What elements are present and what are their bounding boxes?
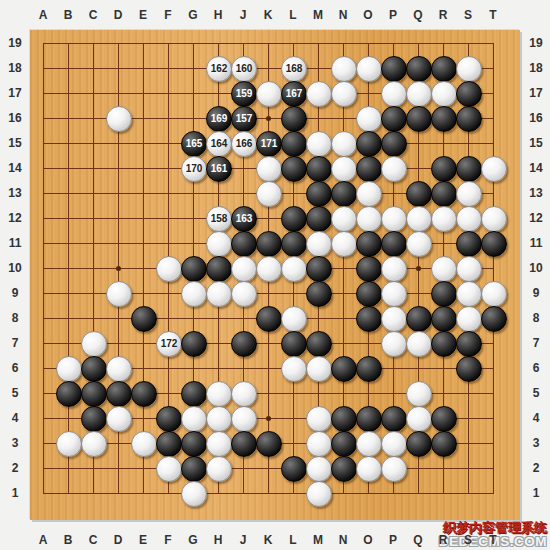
black-stone-R14 [431, 156, 457, 182]
move-number: 164 [211, 139, 228, 149]
black-stone-P4 [381, 406, 407, 432]
white-stone-Q4 [406, 406, 432, 432]
white-stone-O3 [356, 431, 382, 457]
white-stone-C7 [81, 331, 107, 357]
white-stone-G4 [181, 406, 207, 432]
black-stone-R7 [431, 331, 457, 357]
white-stone-S18 [456, 56, 482, 82]
white-stone-K10 [256, 256, 282, 282]
white-stone-O12 [356, 206, 382, 232]
black-stone-O11 [356, 231, 382, 257]
white-stone-P7 [381, 331, 407, 357]
row-label-left-17: 17 [8, 86, 21, 100]
column-label-bottom-A: A [39, 533, 48, 547]
white-stone-P12 [381, 206, 407, 232]
white-stone-J5 [231, 381, 257, 407]
column-label-bottom-M: M [313, 533, 323, 547]
move-number: 158 [211, 214, 228, 224]
white-stone-C3 [81, 431, 107, 457]
black-stone-G3 [181, 431, 207, 457]
column-label-bottom-Q: Q [413, 533, 422, 547]
white-stone-E3 [131, 431, 157, 457]
row-label-left-18: 18 [8, 61, 21, 75]
move-number: 169 [211, 114, 228, 124]
black-stone-F4 [156, 406, 182, 432]
white-stone-M4 [306, 406, 332, 432]
column-label-bottom-C: C [89, 533, 98, 547]
black-stone-R9 [431, 281, 457, 307]
white-stone-P2 [381, 456, 407, 482]
black-stone-Q8 [406, 306, 432, 332]
black-stone-Q13 [406, 181, 432, 207]
white-stone-F10 [156, 256, 182, 282]
row-label-right-12: 12 [529, 211, 542, 225]
black-stone-J16: 157 [231, 106, 257, 132]
row-label-left-10: 10 [8, 261, 21, 275]
black-stone-L11 [281, 231, 307, 257]
white-stone-D16 [106, 106, 132, 132]
white-stone-L18: 168 [281, 56, 307, 82]
column-label-top-S: S [464, 8, 472, 22]
white-stone-J18: 160 [231, 56, 257, 82]
white-stone-J9 [231, 281, 257, 307]
move-number: 170 [186, 164, 203, 174]
white-stone-P10 [381, 256, 407, 282]
black-stone-M7 [306, 331, 332, 357]
white-stone-M1 [306, 481, 332, 507]
white-stone-G1 [181, 481, 207, 507]
white-stone-L6 [281, 356, 307, 382]
black-stone-J12: 163 [231, 206, 257, 232]
black-stone-K15: 171 [256, 131, 282, 157]
black-stone-F3 [156, 431, 182, 457]
column-label-bottom-O: O [363, 533, 372, 547]
move-number: 168 [286, 64, 303, 74]
white-stone-P17 [381, 81, 407, 107]
grid-line-v [493, 43, 494, 494]
row-label-right-15: 15 [529, 136, 542, 150]
black-stone-J11 [231, 231, 257, 257]
white-stone-M6 [306, 356, 332, 382]
black-stone-K8 [256, 306, 282, 332]
white-stone-M17 [306, 81, 332, 107]
row-label-left-4: 4 [12, 411, 19, 425]
black-stone-C6 [81, 356, 107, 382]
white-stone-P9 [381, 281, 407, 307]
white-stone-T9 [481, 281, 507, 307]
column-label-top-K: K [264, 8, 273, 22]
black-stone-P18 [381, 56, 407, 82]
black-stone-J3 [231, 431, 257, 457]
white-stone-H18: 162 [206, 56, 232, 82]
black-stone-E5 [131, 381, 157, 407]
column-label-bottom-H: H [214, 533, 223, 547]
white-stone-H4 [206, 406, 232, 432]
black-stone-M9 [306, 281, 332, 307]
white-stone-F7: 172 [156, 331, 182, 357]
hoshi-point [116, 266, 121, 271]
white-stone-J10 [231, 256, 257, 282]
white-stone-K17 [256, 81, 282, 107]
black-stone-S16 [456, 106, 482, 132]
white-stone-G9 [181, 281, 207, 307]
hoshi-point [266, 116, 271, 121]
column-label-bottom-E: E [139, 533, 147, 547]
row-label-right-6: 6 [533, 361, 540, 375]
white-stone-O18 [356, 56, 382, 82]
white-stone-M3 [306, 431, 332, 457]
column-label-top-C: C [89, 8, 98, 22]
white-stone-H3 [206, 431, 232, 457]
black-stone-P15 [381, 131, 407, 157]
white-stone-G14: 170 [181, 156, 207, 182]
black-stone-R3 [431, 431, 457, 457]
row-label-left-5: 5 [12, 386, 19, 400]
column-label-top-B: B [64, 8, 73, 22]
black-stone-R8 [431, 306, 457, 332]
column-label-top-A: A [39, 8, 48, 22]
column-label-top-Q: Q [413, 8, 422, 22]
black-stone-G10 [181, 256, 207, 282]
white-stone-P14 [381, 156, 407, 182]
black-stone-K3 [256, 431, 282, 457]
hoshi-point [266, 416, 271, 421]
row-label-left-16: 16 [8, 111, 21, 125]
black-stone-O15 [356, 131, 382, 157]
white-stone-R10 [431, 256, 457, 282]
black-stone-N2 [331, 456, 357, 482]
black-stone-H14: 161 [206, 156, 232, 182]
row-label-left-14: 14 [8, 161, 21, 175]
white-stone-K13 [256, 181, 282, 207]
white-stone-J15: 166 [231, 131, 257, 157]
black-stone-M14 [306, 156, 332, 182]
black-stone-L12 [281, 206, 307, 232]
white-stone-N18 [331, 56, 357, 82]
row-label-right-4: 4 [533, 411, 540, 425]
row-label-right-1: 1 [533, 486, 540, 500]
black-stone-Q3 [406, 431, 432, 457]
move-number: 157 [236, 114, 253, 124]
grid-line-h [43, 493, 494, 494]
row-label-right-13: 13 [529, 186, 542, 200]
black-stone-O10 [356, 256, 382, 282]
white-stone-D4 [106, 406, 132, 432]
black-stone-N4 [331, 406, 357, 432]
row-label-left-8: 8 [12, 311, 19, 325]
white-stone-N11 [331, 231, 357, 257]
white-stone-F2 [156, 456, 182, 482]
white-stone-P3 [381, 431, 407, 457]
black-stone-T11 [481, 231, 507, 257]
row-label-right-8: 8 [533, 311, 540, 325]
black-stone-R16 [431, 106, 457, 132]
column-label-top-R: R [439, 8, 448, 22]
white-stone-N12 [331, 206, 357, 232]
white-stone-S12 [456, 206, 482, 232]
white-stone-M11 [306, 231, 332, 257]
column-label-bottom-L: L [289, 533, 296, 547]
white-stone-P8 [381, 306, 407, 332]
white-stone-N17 [331, 81, 357, 107]
white-stone-H9 [206, 281, 232, 307]
white-stone-S13 [456, 181, 482, 207]
column-label-top-G: G [188, 8, 197, 22]
black-stone-L15 [281, 131, 307, 157]
black-stone-N6 [331, 356, 357, 382]
black-stone-O6 [356, 356, 382, 382]
white-stone-T14 [481, 156, 507, 182]
white-stone-M2 [306, 456, 332, 482]
row-label-right-11: 11 [530, 236, 543, 250]
black-stone-N13 [331, 181, 357, 207]
column-label-bottom-D: D [114, 533, 123, 547]
column-label-bottom-N: N [339, 533, 348, 547]
white-stone-O16 [356, 106, 382, 132]
column-label-top-T: T [489, 8, 496, 22]
black-stone-S7 [456, 331, 482, 357]
black-stone-T8 [481, 306, 507, 332]
column-label-bottom-F: F [164, 533, 171, 547]
white-stone-S10 [456, 256, 482, 282]
black-stone-S6 [456, 356, 482, 382]
column-label-top-H: H [214, 8, 223, 22]
white-stone-O13 [356, 181, 382, 207]
black-stone-J7 [231, 331, 257, 357]
row-label-left-7: 7 [12, 336, 19, 350]
column-label-top-N: N [339, 8, 348, 22]
black-stone-S14 [456, 156, 482, 182]
row-label-left-3: 3 [12, 436, 19, 450]
row-label-left-13: 13 [8, 186, 21, 200]
white-stone-Q12 [406, 206, 432, 232]
black-stone-C5 [81, 381, 107, 407]
move-number: 165 [186, 139, 203, 149]
row-label-left-9: 9 [12, 286, 19, 300]
column-label-top-E: E [139, 8, 147, 22]
row-label-left-12: 12 [8, 211, 21, 225]
white-stone-L10 [281, 256, 307, 282]
white-stone-Q17 [406, 81, 432, 107]
column-label-bottom-J: J [240, 533, 247, 547]
white-stone-J4 [231, 406, 257, 432]
black-stone-H16: 169 [206, 106, 232, 132]
white-stone-N15 [331, 131, 357, 157]
row-label-left-19: 19 [8, 36, 21, 50]
white-stone-L8 [281, 306, 307, 332]
row-label-right-3: 3 [533, 436, 540, 450]
row-label-right-10: 10 [529, 261, 542, 275]
move-number: 166 [236, 139, 253, 149]
row-label-left-15: 15 [8, 136, 21, 150]
white-stone-O2 [356, 456, 382, 482]
black-stone-N3 [331, 431, 357, 457]
grid-line-h [43, 468, 494, 469]
row-label-right-17: 17 [529, 86, 542, 100]
white-stone-K14 [256, 156, 282, 182]
column-label-bottom-B: B [64, 533, 73, 547]
black-stone-R18 [431, 56, 457, 82]
black-stone-O8 [356, 306, 382, 332]
row-label-right-19: 19 [529, 36, 542, 50]
black-stone-O4 [356, 406, 382, 432]
column-label-top-L: L [289, 8, 296, 22]
black-stone-P11 [381, 231, 407, 257]
black-stone-L17: 167 [281, 81, 307, 107]
row-label-left-1: 1 [12, 486, 19, 500]
black-stone-L2 [281, 456, 307, 482]
row-label-right-16: 16 [529, 111, 542, 125]
white-stone-Q11 [406, 231, 432, 257]
black-stone-G7 [181, 331, 207, 357]
column-label-top-J: J [240, 8, 247, 22]
black-stone-M10 [306, 256, 332, 282]
black-stone-E8 [131, 306, 157, 332]
hoshi-point [416, 266, 421, 271]
black-stone-L7 [281, 331, 307, 357]
black-stone-K11 [256, 231, 282, 257]
white-stone-S8 [456, 306, 482, 332]
black-stone-G2 [181, 456, 207, 482]
white-stone-H12: 158 [206, 206, 232, 232]
column-label-top-O: O [363, 8, 372, 22]
column-label-bottom-G: G [188, 533, 197, 547]
black-stone-J17: 159 [231, 81, 257, 107]
white-stone-H15: 164 [206, 131, 232, 157]
black-stone-P16 [381, 106, 407, 132]
column-label-top-F: F [164, 8, 171, 22]
black-stone-G5 [181, 381, 207, 407]
black-stone-B5 [56, 381, 82, 407]
row-label-left-2: 2 [12, 461, 19, 475]
black-stone-C4 [81, 406, 107, 432]
white-stone-D9 [106, 281, 132, 307]
white-stone-R17 [431, 81, 457, 107]
white-stone-R12 [431, 206, 457, 232]
row-label-right-18: 18 [529, 61, 542, 75]
black-stone-L14 [281, 156, 307, 182]
move-number: 159 [236, 89, 253, 99]
white-stone-H5 [206, 381, 232, 407]
column-label-top-M: M [313, 8, 323, 22]
row-label-right-5: 5 [533, 386, 540, 400]
move-number: 167 [286, 89, 303, 99]
white-stone-T12 [481, 206, 507, 232]
go-diagram: 织梦内容管理系统 DEDECMS.COM AABBCCDDEEFFGGHHJJK… [0, 0, 550, 550]
move-number: 160 [236, 64, 253, 74]
row-label-right-2: 2 [533, 461, 540, 475]
white-stone-Q7 [406, 331, 432, 357]
black-stone-H10 [206, 256, 232, 282]
white-stone-S9 [456, 281, 482, 307]
black-stone-D5 [106, 381, 132, 407]
column-label-bottom-T: T [489, 533, 496, 547]
black-stone-L16 [281, 106, 307, 132]
row-label-right-9: 9 [533, 286, 540, 300]
black-stone-G15: 165 [181, 131, 207, 157]
black-stone-R13 [431, 181, 457, 207]
row-label-left-11: 11 [9, 236, 22, 250]
move-number: 172 [161, 339, 178, 349]
row-label-left-6: 6 [12, 361, 19, 375]
column-label-top-P: P [389, 8, 397, 22]
white-stone-B6 [56, 356, 82, 382]
black-stone-M13 [306, 181, 332, 207]
black-stone-R4 [431, 406, 457, 432]
column-label-bottom-P: P [389, 533, 397, 547]
column-label-top-D: D [114, 8, 123, 22]
move-number: 162 [211, 64, 228, 74]
move-number: 163 [236, 214, 253, 224]
white-stone-H11 [206, 231, 232, 257]
white-stone-B3 [56, 431, 82, 457]
white-stone-H2 [206, 456, 232, 482]
white-stone-Q5 [406, 381, 432, 407]
black-stone-Q16 [406, 106, 432, 132]
row-label-right-14: 14 [529, 161, 542, 175]
white-stone-N14 [331, 156, 357, 182]
black-stone-Q18 [406, 56, 432, 82]
column-label-bottom-S: S [464, 533, 472, 547]
white-stone-M15 [306, 131, 332, 157]
move-number: 161 [211, 164, 228, 174]
move-number: 171 [261, 139, 278, 149]
black-stone-O9 [356, 281, 382, 307]
black-stone-O14 [356, 156, 382, 182]
white-stone-D6 [106, 356, 132, 382]
black-stone-S17 [456, 81, 482, 107]
black-stone-S11 [456, 231, 482, 257]
black-stone-M12 [306, 206, 332, 232]
column-label-bottom-K: K [264, 533, 273, 547]
row-label-right-7: 7 [533, 336, 540, 350]
column-label-bottom-R: R [439, 533, 448, 547]
